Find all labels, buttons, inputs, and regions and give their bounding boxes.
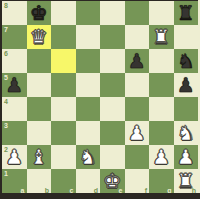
- square-a7[interactable]: 7: [2, 25, 27, 49]
- black-pawn[interactable]: ♟: [177, 75, 195, 95]
- square-e1[interactable]: ♚e: [100, 169, 125, 193]
- square-d3[interactable]: [76, 121, 101, 145]
- square-g8[interactable]: [149, 1, 174, 25]
- black-pawn[interactable]: ♟: [5, 75, 23, 95]
- square-e6[interactable]: [100, 49, 125, 73]
- square-d5[interactable]: [76, 73, 101, 97]
- black-rook[interactable]: ♜: [177, 3, 195, 23]
- square-h7[interactable]: [174, 25, 199, 49]
- square-b6[interactable]: [27, 49, 52, 73]
- square-a4[interactable]: 4: [2, 97, 27, 121]
- square-h5[interactable]: ♟: [174, 73, 199, 97]
- rank-label-3: 3: [4, 122, 8, 129]
- board-bottom-frame: [0, 193, 200, 199]
- white-queen[interactable]: ♛: [30, 27, 48, 47]
- square-c2[interactable]: [51, 145, 76, 169]
- square-a1[interactable]: 1a: [2, 169, 27, 193]
- square-d1[interactable]: d: [76, 169, 101, 193]
- square-g2[interactable]: ♟: [149, 145, 174, 169]
- square-f5[interactable]: [125, 73, 150, 97]
- square-c5[interactable]: [51, 73, 76, 97]
- black-king[interactable]: ♚: [30, 3, 48, 23]
- square-g6[interactable]: [149, 49, 174, 73]
- square-b8[interactable]: ♚: [27, 1, 52, 25]
- square-h1[interactable]: ♜h: [174, 169, 199, 193]
- square-h4[interactable]: [174, 97, 199, 121]
- square-d7[interactable]: [76, 25, 101, 49]
- square-c4[interactable]: [51, 97, 76, 121]
- square-f3[interactable]: ♟: [125, 121, 150, 145]
- white-bishop[interactable]: ♝: [30, 147, 48, 167]
- square-e4[interactable]: [100, 97, 125, 121]
- square-g7[interactable]: ♜: [149, 25, 174, 49]
- square-f6[interactable]: ♟: [125, 49, 150, 73]
- square-g1[interactable]: g: [149, 169, 174, 193]
- rank-label-1: 1: [4, 170, 8, 177]
- white-rook[interactable]: ♜: [152, 27, 170, 47]
- square-c1[interactable]: c: [51, 169, 76, 193]
- square-h8[interactable]: ♜: [174, 1, 199, 25]
- square-h2[interactable]: ♟: [174, 145, 199, 169]
- square-b1[interactable]: b: [27, 169, 52, 193]
- square-g5[interactable]: [149, 73, 174, 97]
- square-h6[interactable]: ♞: [174, 49, 199, 73]
- white-pawn[interactable]: ♟: [128, 123, 146, 143]
- white-knight[interactable]: ♞: [79, 147, 97, 167]
- chess-board: 8♚♜7♛♜6♟♞♟5♟43♟♞♟2♝♞♟♟1abcd♚efg♜h: [2, 1, 198, 193]
- chess-board-frame: 8♚♜7♛♜6♟♞♟5♟43♟♞♟2♝♞♟♟1abcd♚efg♜h: [0, 0, 200, 199]
- square-a3[interactable]: 3: [2, 121, 27, 145]
- white-knight[interactable]: ♞: [177, 123, 195, 143]
- square-b3[interactable]: [27, 121, 52, 145]
- square-e3[interactable]: [100, 121, 125, 145]
- square-f4[interactable]: [125, 97, 150, 121]
- rank-label-4: 4: [4, 98, 8, 105]
- square-a2[interactable]: ♟2: [2, 145, 27, 169]
- square-f2[interactable]: [125, 145, 150, 169]
- white-rook[interactable]: ♜: [177, 171, 195, 191]
- square-a8[interactable]: 8: [2, 1, 27, 25]
- board-right-edge: [198, 0, 200, 193]
- square-e7[interactable]: [100, 25, 125, 49]
- square-c8[interactable]: [51, 1, 76, 25]
- square-d2[interactable]: ♞: [76, 145, 101, 169]
- square-c6[interactable]: [51, 49, 76, 73]
- white-king[interactable]: ♚: [103, 171, 121, 191]
- square-c7[interactable]: [51, 25, 76, 49]
- square-e8[interactable]: [100, 1, 125, 25]
- square-b7[interactable]: ♛: [27, 25, 52, 49]
- square-f7[interactable]: [125, 25, 150, 49]
- white-pawn[interactable]: ♟: [177, 147, 195, 167]
- square-b4[interactable]: [27, 97, 52, 121]
- white-pawn[interactable]: ♟: [152, 147, 170, 167]
- square-d8[interactable]: [76, 1, 101, 25]
- rank-label-8: 8: [4, 2, 8, 9]
- square-a6[interactable]: 6: [2, 49, 27, 73]
- square-e2[interactable]: [100, 145, 125, 169]
- square-d6[interactable]: [76, 49, 101, 73]
- white-pawn[interactable]: ♟: [5, 147, 23, 167]
- square-e5[interactable]: [100, 73, 125, 97]
- rank-label-6: 6: [4, 50, 8, 57]
- square-h3[interactable]: ♞: [174, 121, 199, 145]
- square-a5[interactable]: ♟5: [2, 73, 27, 97]
- square-g4[interactable]: [149, 97, 174, 121]
- square-b5[interactable]: [27, 73, 52, 97]
- square-d4[interactable]: [76, 97, 101, 121]
- square-b2[interactable]: ♝: [27, 145, 52, 169]
- rank-label-7: 7: [4, 26, 8, 33]
- square-f1[interactable]: f: [125, 169, 150, 193]
- black-knight[interactable]: ♞: [177, 51, 195, 71]
- black-pawn[interactable]: ♟: [128, 51, 146, 71]
- square-f8[interactable]: [125, 1, 150, 25]
- square-g3[interactable]: [149, 121, 174, 145]
- square-c3[interactable]: [51, 121, 76, 145]
